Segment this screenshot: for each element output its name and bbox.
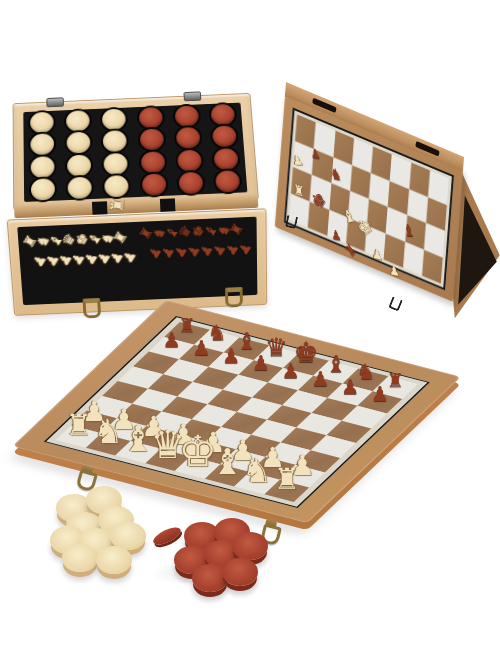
lid-checker-cream[interactable] [102,108,126,130]
lid-checker-cream[interactable] [104,175,129,197]
storage-box: ♜♞♝♛♚♝♞♜♟♟♟♟♟♟♟♟ ♜♞♝♛♚♝♞♜♟♟♟♟♟♟♟♟ ♜ [1,82,271,321]
lid-checker-cream[interactable] [104,153,128,175]
lid-checker-red[interactable] [176,127,201,149]
magnetic-piece-pawn[interactable]: ♟ [310,146,322,160]
lid-checker-red[interactable] [140,151,165,173]
chess-piece-black-p[interactable]: ♟ [162,330,180,350]
tray-piece-rook[interactable]: ♜ [111,228,130,246]
tray-foam: ♜♞♝♛♚♝♞♜♟♟♟♟♟♟♟♟ ♜♞♝♛♚♝♞♜♟♟♟♟♟♟♟♟ [17,217,257,305]
chess-piece-white-b[interactable]: ♝ [122,421,154,457]
checker-disc-red[interactable] [151,524,183,548]
clasp-icon[interactable] [225,287,243,308]
magnetic-piece-pawn[interactable]: ♟ [388,264,399,279]
magnetic-piece-rook[interactable]: ♜ [293,182,304,199]
magnetic-piece-pawn[interactable]: ♟ [371,247,382,262]
tray-row: ♟♟♟♟♟♟♟♟ [32,249,136,267]
magnetic-piece-knight[interactable]: ♞ [330,166,343,183]
chess-piece-black-p[interactable]: ♟ [341,377,359,397]
tray-row: ♜♞♝♛♚♝♞♜ [23,230,135,249]
lid-checker-red[interactable] [177,149,202,171]
chess-piece-black-p[interactable]: ♟ [281,361,299,381]
scene: ♜♞♝♛♚♝♞♜♟♟♟♟♟♟♟♟ ♜♞♝♛♚♝♞♜♟♟♟♟♟♟♟♟ ♜ ♟♟♞♜… [0,0,500,666]
lid-checker-red[interactable] [141,174,166,196]
tray-row: ♜♞♝♛♚♝♞♜ [139,222,251,241]
lid-checker-cream[interactable] [67,154,91,176]
checker-disc-cream[interactable] [96,546,132,574]
chess-piece-white-n[interactable]: ♞ [242,454,272,487]
checker-disc-red[interactable] [222,558,258,586]
lid-checker-red[interactable] [215,170,240,192]
folded-board-playing-area: ♟♟♞♜♚♝♚♝♟♜♟♟ [284,107,454,290]
latch-hook-icon[interactable] [388,296,403,311]
lid-checker-red[interactable] [138,107,162,129]
tray-row: ♟♟♟♟♟♟♟♟ [148,241,251,259]
chess-piece-black-p[interactable]: ♟ [192,338,210,358]
hinge-icon [46,97,64,107]
lid-checker-cream[interactable] [31,178,55,201]
lid-checker-cream[interactable] [103,130,127,152]
chess-piece-black-p[interactable]: ♟ [222,346,240,366]
foam-tab [92,201,108,215]
box-tray: ♜♞♝♛♚♝♞♜♟♟♟♟♟♟♟♟ ♜♞♝♛♚♝♞♜♟♟♟♟♟♟♟♟ [7,208,268,316]
loose-tray-piece[interactable]: ♜ [108,197,127,214]
tray-piece-rook[interactable]: ♜ [227,220,246,238]
lid-checker-red[interactable] [211,104,236,126]
lid-checker-cream[interactable] [30,156,54,178]
lid-checker-red[interactable] [139,129,164,151]
hinge-icon [183,91,201,101]
checker-disc-cream[interactable] [62,544,98,572]
clasp-icon[interactable] [82,298,101,319]
checker-disc-red[interactable] [232,532,268,560]
lid-checker-red[interactable] [178,172,203,194]
tray-piece-pawn[interactable]: ♟ [120,248,139,266]
lid-checker-red[interactable] [212,126,237,148]
tray-group-natural: ♜♞♝♛♚♝♞♜♟♟♟♟♟♟♟♟ [23,230,136,268]
lid-checker-cream[interactable] [30,133,54,155]
chess-piece-black-r[interactable]: ♜ [179,317,196,336]
chess-piece-white-r[interactable]: ♜ [274,465,300,494]
lid-checker-cream[interactable] [30,111,54,133]
chess-piece-black-r[interactable]: ♜ [387,371,404,390]
tray-group-brown: ♜♞♝♛♚♝♞♜♟♟♟♟♟♟♟♟ [139,222,251,260]
lid-foam-checker-tray [23,103,247,202]
lid-checker-cream[interactable] [66,132,90,154]
magnetic-piece-pawn[interactable]: ♟ [330,228,342,242]
chess-piece-white-b[interactable]: ♝ [211,444,243,480]
tray-piece-pawn[interactable]: ♟ [235,240,254,258]
chess-piece-black-p[interactable]: ♟ [311,369,329,389]
chess-piece-black-p[interactable]: ♟ [252,353,270,373]
chess-piece-black-p[interactable]: ♟ [371,384,389,404]
box-lid [13,93,259,210]
lid-checker-red[interactable] [214,148,239,170]
foam-tab [160,198,176,212]
chess-piece-white-r[interactable]: ♜ [66,411,92,440]
lid-checker-red[interactable] [175,105,200,127]
chess-piece-white-n[interactable]: ♞ [94,415,124,448]
lid-checker-cream[interactable] [67,177,91,200]
lid-checker-cream[interactable] [66,110,90,132]
